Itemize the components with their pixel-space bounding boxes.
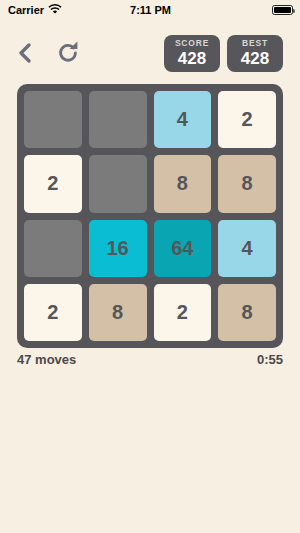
tile-4: 4 [154, 91, 212, 148]
empty-cell [89, 155, 147, 212]
score-badge: SCORE 428 [164, 35, 220, 72]
score-label: SCORE [175, 39, 209, 48]
empty-cell [24, 91, 82, 148]
carrier-label: Carrier [8, 4, 44, 16]
wifi-icon [48, 4, 62, 17]
tile-8: 8 [218, 284, 276, 341]
best-label: BEST [242, 39, 268, 48]
moves-counter: 47 moves [17, 352, 76, 367]
nav-bar: SCORE 428 BEST 428 [0, 34, 300, 72]
footer-stats: 47 moves 0:55 [0, 352, 300, 367]
tile-8: 8 [89, 284, 147, 341]
game-board[interactable]: 42288166442828 [17, 84, 283, 348]
empty-cell [89, 91, 147, 148]
tile-2: 2 [24, 284, 82, 341]
empty-cell [24, 220, 82, 277]
tile-8: 8 [154, 155, 212, 212]
best-value: 428 [241, 50, 269, 67]
battery-icon [272, 5, 293, 15]
tile-4: 4 [218, 220, 276, 277]
tile-2: 2 [218, 91, 276, 148]
clock: 7:11 PM [98, 4, 203, 16]
restart-button[interactable] [56, 41, 80, 65]
tile-2: 2 [154, 284, 212, 341]
status-bar: Carrier 7:11 PM [0, 0, 300, 20]
score-value: 428 [178, 50, 206, 67]
tile-8: 8 [218, 155, 276, 212]
back-button[interactable] [16, 42, 34, 64]
best-badge: BEST 428 [227, 35, 283, 72]
tile-16: 16 [89, 220, 147, 277]
timer: 0:55 [257, 352, 283, 367]
tile-64: 64 [154, 220, 212, 277]
tile-2: 2 [24, 155, 82, 212]
